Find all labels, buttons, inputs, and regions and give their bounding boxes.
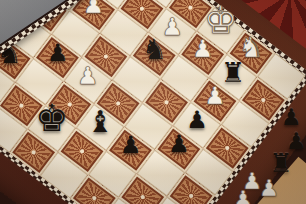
photo-chess-scene: ♚♞♟♟♜♟♞♟♟♟♟♟♞♝♟♚ ♟♟♜♟♟♟ (0, 0, 306, 204)
black-king[interactable]: ♚ (33, 103, 71, 133)
board-squares: ♚♞♟♟♜♟♞♟♟♟♟♟♞♝♟♚ (0, 0, 306, 204)
black-knight[interactable]: ♞ (135, 35, 173, 65)
white-king[interactable]: ♚ (202, 5, 240, 35)
white-pawn[interactable]: ♟ (69, 61, 107, 91)
chess-board: ♚♞♟♟♜♟♞♟♟♟♟♟♞♝♟♚ (0, 0, 306, 204)
board-checkered-trim: ♚♞♟♟♜♟♞♟♟♟♟♟♞♝♟♚ (0, 0, 306, 204)
white-pawn[interactable]: ♟ (75, 0, 113, 20)
black-pawn[interactable]: ♟ (160, 129, 198, 159)
black-pawn[interactable]: ♟ (111, 130, 149, 160)
